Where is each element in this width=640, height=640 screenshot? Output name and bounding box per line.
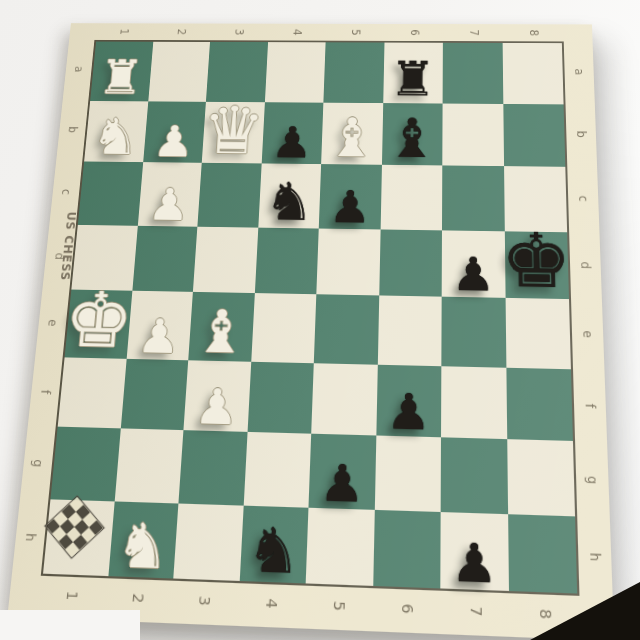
square-g5: ♟ (308, 434, 375, 510)
square-c4: ♞ (258, 163, 321, 228)
square-f6: ♟ (376, 364, 442, 437)
square-b2: ♟ (143, 101, 206, 163)
rank-label-6: 6 (388, 573, 426, 640)
black-pawn-f6: ♟ (386, 386, 431, 437)
rank-label-3: 3 (228, 6, 250, 59)
white-bishop-e3: ♝ (193, 301, 250, 361)
white-pawn-c2: ♟ (147, 182, 191, 227)
square-c7 (442, 165, 504, 230)
rank-labels-top: 12345678 (94, 23, 563, 41)
square-d2 (132, 225, 197, 292)
square-d7: ♟ (442, 230, 505, 298)
file-label-f: f (553, 391, 628, 420)
rank-label-4: 4 (251, 568, 291, 640)
black-pawn-c5: ♟ (328, 184, 371, 229)
file-label-e: e (17, 311, 87, 336)
black-pawn-g5: ♟ (319, 456, 366, 509)
square-b3: ♛ (202, 101, 265, 163)
square-g3 (178, 430, 247, 505)
rank-label-7: 7 (457, 575, 495, 640)
file-label-e: e (551, 320, 625, 348)
black-pawn-b4: ♟ (271, 121, 314, 164)
square-d4 (254, 227, 318, 294)
board-photo-scene: 12345678 12345678 abcdefgh abcdefgh US C… (0, 0, 640, 640)
square-b7 (442, 103, 503, 166)
square-g6 (374, 435, 441, 511)
square-e5 (314, 294, 379, 364)
file-label-b: b (546, 122, 616, 146)
perspective-wrapper: 12345678 12345678 abcdefgh abcdefgh US C… (0, 0, 640, 640)
square-c6 (380, 165, 442, 230)
square-g2 (114, 428, 183, 503)
file-label-h: h (556, 541, 634, 573)
square-c2: ♟ (137, 162, 201, 226)
file-label-f: f (9, 379, 81, 405)
square-b4: ♟ (261, 102, 323, 164)
file-label-a: a (46, 59, 112, 80)
rank-label-8: 8 (523, 6, 543, 60)
square-e3: ♝ (188, 292, 254, 361)
chess-board: 12345678 12345678 abcdefgh abcdefgh US C… (7, 23, 614, 640)
rank-label-4: 4 (286, 6, 307, 59)
table-surface (0, 610, 140, 640)
square-g7 (441, 437, 508, 513)
white-pawn-b2: ♟ (152, 120, 196, 163)
file-label-a: a (545, 60, 614, 83)
black-knight-c4: ♞ (263, 175, 315, 228)
black-bishop-b6: ♝ (386, 111, 439, 165)
file-label-d: d (549, 252, 621, 278)
square-f2 (120, 358, 188, 430)
square-e2: ♟ (126, 291, 193, 360)
rank-label-6: 6 (404, 6, 423, 59)
square-d6 (379, 229, 442, 297)
rank-label-5: 5 (319, 570, 358, 640)
square-c3 (197, 163, 261, 227)
black-pawn-d7: ♟ (452, 250, 496, 297)
rank-label-2: 2 (170, 6, 192, 59)
square-f7 (441, 366, 507, 439)
file-label-c: c (32, 181, 100, 204)
black-rook-a6: ♜ (389, 55, 437, 103)
square-e4 (251, 293, 317, 363)
square-f4 (247, 361, 314, 433)
rank-label-5: 5 (345, 6, 365, 59)
square-b5: ♝ (321, 102, 383, 165)
white-pawn-e2: ♟ (136, 312, 182, 360)
square-g4 (243, 432, 311, 507)
square-b6: ♝ (381, 103, 442, 166)
rank-label-3: 3 (184, 565, 224, 637)
square-d5 (316, 228, 380, 295)
file-label-c: c (548, 186, 619, 211)
square-f3: ♟ (183, 360, 250, 432)
square-d3 (193, 226, 258, 293)
file-label-g: g (554, 465, 630, 495)
square-e7 (441, 297, 506, 368)
white-pawn-f3: ♟ (193, 382, 240, 432)
playing-area: ♜♜♞♟♛♟♝♝♟♞♟♟♚♚♟♝♟♟♟♞♞♟ (41, 40, 580, 596)
square-e6 (377, 295, 441, 365)
square-c5: ♟ (319, 164, 382, 229)
white-bishop-b5: ♝ (325, 111, 378, 165)
square-f5 (311, 363, 377, 436)
rank-label-7: 7 (464, 6, 483, 60)
file-label-g: g (1, 450, 74, 477)
white-queen-b3: ♛ (200, 97, 267, 163)
file-label-b: b (39, 119, 106, 141)
